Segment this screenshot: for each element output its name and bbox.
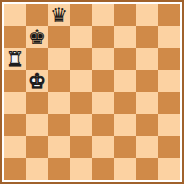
- square-a3[interactable]: [4, 114, 26, 136]
- square-c3[interactable]: [48, 114, 70, 136]
- square-b1[interactable]: [26, 158, 48, 180]
- square-a7[interactable]: [4, 26, 26, 48]
- square-e4[interactable]: [92, 92, 114, 114]
- square-c1[interactable]: [48, 158, 70, 180]
- square-g3[interactable]: [136, 114, 158, 136]
- square-f2[interactable]: [114, 136, 136, 158]
- square-b8[interactable]: [26, 4, 48, 26]
- square-h4[interactable]: [158, 92, 180, 114]
- square-d6[interactable]: [70, 48, 92, 70]
- white-king[interactable]: ♚: [28, 70, 46, 92]
- square-h7[interactable]: [158, 26, 180, 48]
- square-d4[interactable]: [70, 92, 92, 114]
- square-e3[interactable]: [92, 114, 114, 136]
- black-queen[interactable]: ♛: [50, 4, 68, 26]
- square-h2[interactable]: [158, 136, 180, 158]
- square-f4[interactable]: [114, 92, 136, 114]
- square-e2[interactable]: [92, 136, 114, 158]
- square-d8[interactable]: [70, 4, 92, 26]
- square-c4[interactable]: [48, 92, 70, 114]
- board-grid: ♛♚♜♚: [4, 4, 180, 180]
- square-c5[interactable]: [48, 70, 70, 92]
- square-h5[interactable]: [158, 70, 180, 92]
- square-g8[interactable]: [136, 4, 158, 26]
- square-b2[interactable]: [26, 136, 48, 158]
- square-d7[interactable]: [70, 26, 92, 48]
- square-f7[interactable]: [114, 26, 136, 48]
- square-c6[interactable]: [48, 48, 70, 70]
- square-b6[interactable]: [26, 48, 48, 70]
- square-h6[interactable]: [158, 48, 180, 70]
- square-h8[interactable]: [158, 4, 180, 26]
- square-d2[interactable]: [70, 136, 92, 158]
- square-c8[interactable]: ♛: [48, 4, 70, 26]
- black-king[interactable]: ♚: [28, 26, 46, 48]
- square-e1[interactable]: [92, 158, 114, 180]
- square-g6[interactable]: [136, 48, 158, 70]
- square-f3[interactable]: [114, 114, 136, 136]
- square-e6[interactable]: [92, 48, 114, 70]
- square-a4[interactable]: [4, 92, 26, 114]
- square-e8[interactable]: [92, 4, 114, 26]
- square-b3[interactable]: [26, 114, 48, 136]
- square-g1[interactable]: [136, 158, 158, 180]
- square-a6[interactable]: ♜: [4, 48, 26, 70]
- square-f1[interactable]: [114, 158, 136, 180]
- square-b7[interactable]: ♚: [26, 26, 48, 48]
- square-b4[interactable]: [26, 92, 48, 114]
- square-a8[interactable]: [4, 4, 26, 26]
- square-e7[interactable]: [92, 26, 114, 48]
- square-a2[interactable]: [4, 136, 26, 158]
- square-d1[interactable]: [70, 158, 92, 180]
- square-f6[interactable]: [114, 48, 136, 70]
- square-c7[interactable]: [48, 26, 70, 48]
- square-h1[interactable]: [158, 158, 180, 180]
- square-g5[interactable]: [136, 70, 158, 92]
- square-d3[interactable]: [70, 114, 92, 136]
- white-rook[interactable]: ♜: [6, 48, 24, 70]
- square-a5[interactable]: [4, 70, 26, 92]
- square-h3[interactable]: [158, 114, 180, 136]
- square-f8[interactable]: [114, 4, 136, 26]
- square-c2[interactable]: [48, 136, 70, 158]
- square-g4[interactable]: [136, 92, 158, 114]
- square-e5[interactable]: [92, 70, 114, 92]
- square-g2[interactable]: [136, 136, 158, 158]
- square-d5[interactable]: [70, 70, 92, 92]
- square-f5[interactable]: [114, 70, 136, 92]
- square-a1[interactable]: [4, 158, 26, 180]
- square-g7[interactable]: [136, 26, 158, 48]
- chess-board: ♛♚♜♚: [0, 0, 184, 184]
- square-b5[interactable]: ♚: [26, 70, 48, 92]
